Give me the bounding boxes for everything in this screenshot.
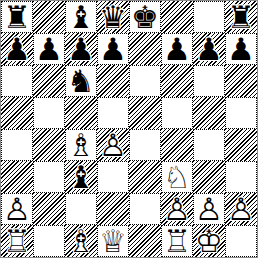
- piece-black-bishop: ♝: [66, 2, 96, 32]
- piece-halo: ♜: [225, 1, 257, 33]
- square-g2[interactable]: ♟♙: [193, 193, 225, 225]
- square-c2[interactable]: [65, 193, 97, 225]
- square-a7[interactable]: ♟♟: [1, 33, 33, 65]
- square-f4[interactable]: [161, 129, 193, 161]
- square-b2[interactable]: [33, 193, 65, 225]
- square-d8[interactable]: ♛♛: [97, 1, 129, 33]
- piece-white-king: ♔: [193, 225, 225, 257]
- square-a6[interactable]: [1, 65, 33, 97]
- piece-black-king: ♚: [130, 2, 160, 32]
- piece-black-pawn: ♟: [193, 33, 225, 65]
- piece-halo: ♜: [2, 2, 32, 32]
- piece-halo: ♟: [65, 33, 97, 65]
- piece-halo: ♟: [226, 34, 256, 64]
- square-c8[interactable]: ♝♝: [65, 1, 97, 33]
- square-e7[interactable]: [129, 33, 161, 65]
- square-a3[interactable]: [1, 161, 33, 193]
- square-f7[interactable]: ♟♟: [161, 33, 193, 65]
- square-h7[interactable]: ♟♟: [225, 33, 257, 65]
- square-a8[interactable]: ♜♜: [1, 1, 33, 33]
- square-f6[interactable]: [161, 65, 193, 97]
- square-a1[interactable]: ♜♖: [1, 225, 33, 257]
- piece-black-pawn: ♟: [1, 33, 33, 65]
- square-g1[interactable]: ♚♔: [193, 225, 225, 257]
- square-b7[interactable]: ♟♟: [33, 33, 65, 65]
- square-d4[interactable]: ♟♙: [97, 129, 129, 161]
- piece-black-rook: ♜: [225, 1, 257, 33]
- piece-halo: ♚: [130, 2, 160, 32]
- piece-halo: ♝: [65, 161, 97, 193]
- square-h5[interactable]: [225, 97, 257, 129]
- piece-halo: ♟: [1, 33, 33, 65]
- square-c4[interactable]: ♝♗: [65, 129, 97, 161]
- piece-black-knight: ♞: [66, 66, 96, 96]
- piece-black-bishop: ♝: [65, 161, 97, 193]
- piece-white-knight: ♘: [162, 162, 192, 192]
- square-b4[interactable]: [33, 129, 65, 161]
- square-g3[interactable]: [193, 161, 225, 193]
- piece-halo: ♟: [162, 34, 192, 64]
- square-e1[interactable]: [129, 225, 161, 257]
- piece-white-rook: ♖: [1, 225, 33, 257]
- square-d1[interactable]: ♛♕: [97, 225, 129, 257]
- piece-white-pawn: ♙: [97, 129, 129, 161]
- piece-white-queen: ♕: [98, 226, 128, 256]
- piece-black-pawn: ♟: [34, 34, 64, 64]
- piece-halo: ♟: [2, 194, 32, 224]
- square-c6[interactable]: ♞♞: [65, 65, 97, 97]
- piece-halo: ♟: [98, 34, 128, 64]
- piece-white-rook: ♖: [162, 226, 192, 256]
- square-a5[interactable]: [1, 97, 33, 129]
- square-d5[interactable]: [97, 97, 129, 129]
- piece-halo: ♞: [162, 162, 192, 192]
- square-e6[interactable]: [129, 65, 161, 97]
- piece-halo: ♝: [66, 2, 96, 32]
- piece-halo: ♝: [65, 225, 97, 257]
- square-a4[interactable]: [1, 129, 33, 161]
- square-h2[interactable]: ♟♙: [225, 193, 257, 225]
- piece-halo: ♛: [98, 226, 128, 256]
- chess-board: ♜♜♝♝♛♛♚♚♜♜♟♟♟♟♟♟♟♟♟♟♟♟♟♟♞♞♝♗♟♙♝♝♞♘♟♙♟♙♟♙…: [1, 1, 257, 257]
- piece-halo: ♞: [66, 66, 96, 96]
- piece-halo: ♝: [66, 130, 96, 160]
- square-c1[interactable]: ♝♗: [65, 225, 97, 257]
- square-b3[interactable]: [33, 161, 65, 193]
- square-c7[interactable]: ♟♟: [65, 33, 97, 65]
- square-h1[interactable]: [225, 225, 257, 257]
- piece-halo: ♟: [34, 34, 64, 64]
- square-g7[interactable]: ♟♟: [193, 33, 225, 65]
- piece-black-pawn: ♟: [162, 34, 192, 64]
- square-d2[interactable]: [97, 193, 129, 225]
- square-c5[interactable]: [65, 97, 97, 129]
- piece-black-pawn: ♟: [65, 33, 97, 65]
- piece-halo: ♚: [193, 225, 225, 257]
- piece-halo: ♟: [97, 129, 129, 161]
- square-d7[interactable]: ♟♟: [97, 33, 129, 65]
- square-b1[interactable]: [33, 225, 65, 257]
- square-e3[interactable]: [129, 161, 161, 193]
- square-b6[interactable]: [33, 65, 65, 97]
- square-f3[interactable]: ♞♘: [161, 161, 193, 193]
- square-g8[interactable]: [193, 1, 225, 33]
- piece-halo: ♜: [1, 225, 33, 257]
- square-h3[interactable]: [225, 161, 257, 193]
- square-b8[interactable]: [33, 1, 65, 33]
- square-e5[interactable]: [129, 97, 161, 129]
- piece-white-pawn: ♙: [194, 194, 224, 224]
- piece-white-pawn: ♙: [2, 194, 32, 224]
- square-e2[interactable]: [129, 193, 161, 225]
- square-h6[interactable]: [225, 65, 257, 97]
- square-a2[interactable]: ♟♙: [1, 193, 33, 225]
- piece-halo: ♟: [225, 193, 257, 225]
- piece-halo: ♟: [161, 193, 193, 225]
- piece-black-pawn: ♟: [226, 34, 256, 64]
- square-f8[interactable]: [161, 1, 193, 33]
- piece-halo: ♟: [194, 194, 224, 224]
- square-h4[interactable]: [225, 129, 257, 161]
- square-h8[interactable]: ♜♜: [225, 1, 257, 33]
- piece-black-rook: ♜: [2, 2, 32, 32]
- piece-white-pawn: ♙: [161, 193, 193, 225]
- square-g6[interactable]: [193, 65, 225, 97]
- square-d3[interactable]: [97, 161, 129, 193]
- piece-black-queen: ♛: [97, 1, 129, 33]
- square-e4[interactable]: [129, 129, 161, 161]
- square-d6[interactable]: [97, 65, 129, 97]
- square-e8[interactable]: ♚♚: [129, 1, 161, 33]
- square-f2[interactable]: ♟♙: [161, 193, 193, 225]
- piece-white-bishop: ♗: [66, 130, 96, 160]
- piece-white-bishop: ♗: [65, 225, 97, 257]
- square-g5[interactable]: [193, 97, 225, 129]
- piece-halo: ♛: [97, 1, 129, 33]
- square-f1[interactable]: ♜♖: [161, 225, 193, 257]
- piece-black-pawn: ♟: [98, 34, 128, 64]
- piece-white-pawn: ♙: [225, 193, 257, 225]
- piece-halo: ♜: [162, 226, 192, 256]
- piece-halo: ♟: [193, 33, 225, 65]
- square-g4[interactable]: [193, 129, 225, 161]
- square-f5[interactable]: [161, 97, 193, 129]
- square-b5[interactable]: [33, 97, 65, 129]
- chess-board-frame: ♜♜♝♝♛♛♚♚♜♜♟♟♟♟♟♟♟♟♟♟♟♟♟♟♞♞♝♗♟♙♝♝♞♘♟♙♟♙♟♙…: [0, 0, 258, 258]
- square-c3[interactable]: ♝♝: [65, 161, 97, 193]
